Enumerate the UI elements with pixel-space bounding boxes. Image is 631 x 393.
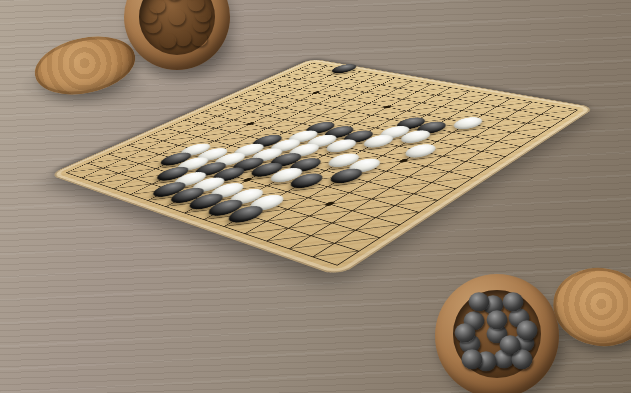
black-stone-bowl	[435, 274, 559, 393]
white-stone[interactable]	[400, 142, 442, 159]
white-bowl-stone	[159, 33, 176, 49]
white-bowl-stone	[175, 30, 192, 46]
white-bowl-stone	[169, 9, 186, 25]
black-stone[interactable]	[327, 63, 361, 74]
star-point	[324, 201, 336, 207]
white-bowl-stone	[140, 8, 157, 24]
star-point	[242, 177, 253, 182]
star-point	[383, 105, 393, 109]
white-bowl-stone	[190, 31, 207, 47]
black-bowl-cavity	[453, 290, 541, 378]
black-bowl-stone	[517, 321, 538, 340]
white-bowl-cavity	[139, 0, 215, 55]
star-point	[245, 122, 255, 126]
star-point	[311, 91, 320, 94]
star-point	[398, 158, 409, 163]
white-stone[interactable]	[448, 116, 488, 131]
white-bowl-stone	[195, 6, 212, 22]
go-scene	[0, 0, 631, 393]
